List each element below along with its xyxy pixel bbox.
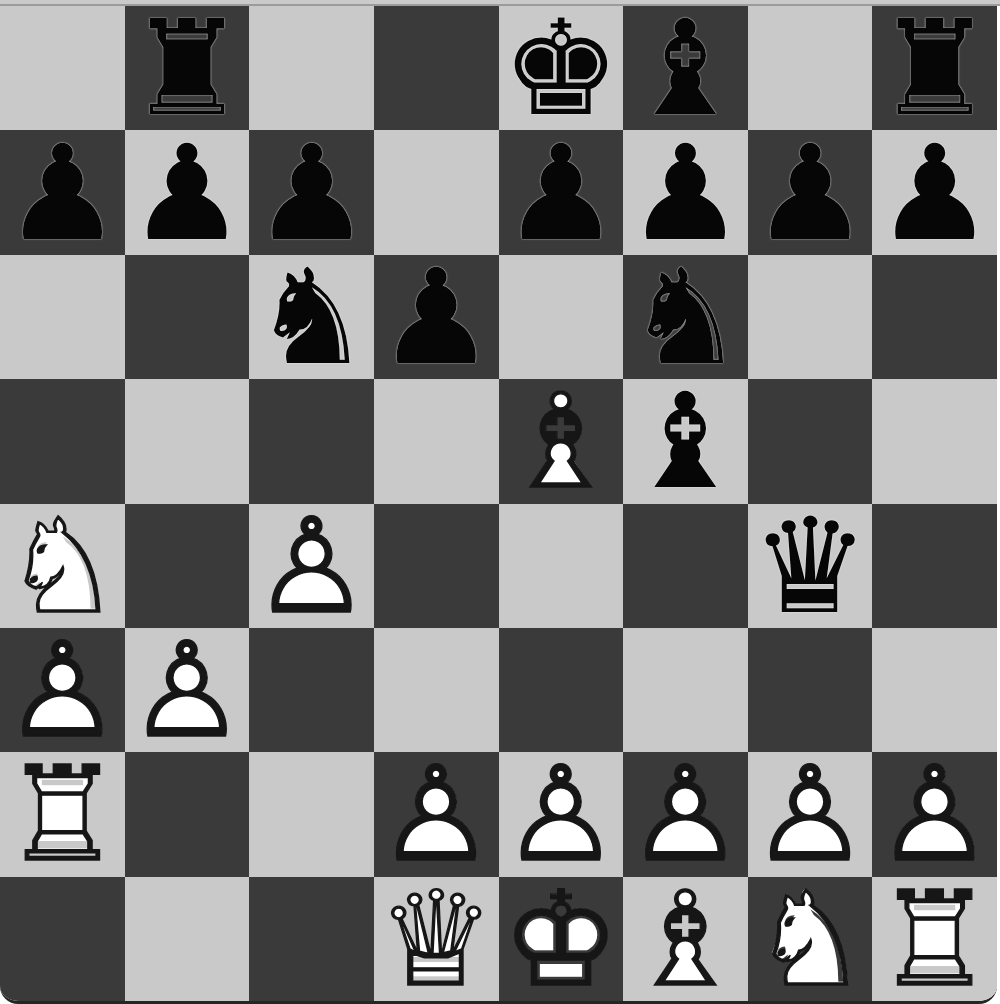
square-a8[interactable] (0, 6, 125, 130)
square-d5[interactable] (374, 379, 499, 503)
black-queen-glyph: ♛ (748, 504, 873, 628)
white-knight-outline-glyph: ♘ (0, 504, 125, 628)
square-e7[interactable]: ♟ (499, 130, 624, 254)
square-f7[interactable]: ♟ (623, 130, 748, 254)
white-pawn-outline-glyph: ♙ (374, 752, 499, 876)
piece-black-king[interactable]: ♚ (499, 6, 624, 130)
square-b7[interactable]: ♟ (125, 130, 250, 254)
square-g3[interactable] (748, 628, 873, 752)
square-e4[interactable] (499, 504, 624, 628)
square-f4[interactable] (623, 504, 748, 628)
square-e6[interactable] (499, 255, 624, 379)
piece-black-pawn[interactable]: ♟ (748, 130, 873, 254)
piece-white-queen[interactable]: ♛♕ (374, 877, 499, 1001)
chess-board: ♜♚♝♜♟♟♟♟♟♟♟♞♟♞♝♗♝♞♘♟♙♛♟♙♟♙♜♖♟♙♟♙♟♙♟♙♟♙♛♕… (0, 6, 997, 1004)
square-h7[interactable]: ♟ (872, 130, 997, 254)
square-f3[interactable] (623, 628, 748, 752)
piece-white-pawn[interactable]: ♟♙ (499, 752, 624, 876)
piece-black-knight[interactable]: ♞ (623, 255, 748, 379)
piece-white-bishop[interactable]: ♝♗ (623, 877, 748, 1001)
black-pawn-glyph: ♟ (125, 130, 250, 254)
piece-white-pawn[interactable]: ♟♙ (748, 752, 873, 876)
square-c8[interactable] (249, 6, 374, 130)
piece-black-rook[interactable]: ♜ (872, 6, 997, 130)
square-h3[interactable] (872, 628, 997, 752)
square-g5[interactable] (748, 379, 873, 503)
square-c3[interactable] (249, 628, 374, 752)
piece-black-pawn[interactable]: ♟ (0, 130, 125, 254)
square-c5[interactable] (249, 379, 374, 503)
piece-black-pawn[interactable]: ♟ (623, 130, 748, 254)
square-f8[interactable]: ♝ (623, 6, 748, 130)
piece-black-pawn[interactable]: ♟ (125, 130, 250, 254)
square-a3[interactable]: ♟♙ (0, 628, 125, 752)
square-f2[interactable]: ♟♙ (623, 752, 748, 876)
square-e2[interactable]: ♟♙ (499, 752, 624, 876)
square-a6[interactable] (0, 255, 125, 379)
white-pawn-outline-glyph: ♙ (748, 752, 873, 876)
white-pawn-outline-glyph: ♙ (0, 628, 125, 752)
white-bishop-outline-glyph: ♗ (499, 379, 624, 503)
piece-white-pawn[interactable]: ♟♙ (249, 504, 374, 628)
black-pawn-glyph: ♟ (872, 130, 997, 254)
square-a7[interactable]: ♟ (0, 130, 125, 254)
square-h4[interactable] (872, 504, 997, 628)
white-bishop-outline-glyph: ♗ (623, 877, 748, 1001)
square-h1[interactable]: ♜♖ (872, 877, 997, 1001)
square-g2[interactable]: ♟♙ (748, 752, 873, 876)
white-pawn-outline-glyph: ♙ (499, 752, 624, 876)
square-b5[interactable] (125, 379, 250, 503)
black-pawn-glyph: ♟ (374, 255, 499, 379)
black-knight-glyph: ♞ (623, 255, 748, 379)
square-a5[interactable] (0, 379, 125, 503)
square-f1[interactable]: ♝♗ (623, 877, 748, 1001)
piece-black-queen[interactable]: ♛ (748, 504, 873, 628)
black-rook-glyph: ♜ (872, 6, 997, 130)
square-h2[interactable]: ♟♙ (872, 752, 997, 876)
square-g7[interactable]: ♟ (748, 130, 873, 254)
piece-black-pawn[interactable]: ♟ (872, 130, 997, 254)
black-king-glyph: ♚ (499, 6, 624, 130)
square-e8[interactable]: ♚ (499, 6, 624, 130)
white-pawn-outline-glyph: ♙ (623, 752, 748, 876)
square-g1[interactable]: ♞♘ (748, 877, 873, 1001)
piece-white-rook[interactable]: ♜♖ (872, 877, 997, 1001)
piece-black-knight[interactable]: ♞ (249, 255, 374, 379)
square-d1[interactable]: ♛♕ (374, 877, 499, 1001)
square-b6[interactable] (125, 255, 250, 379)
black-bishop-glyph: ♝ (623, 379, 748, 503)
black-rook-glyph: ♜ (125, 6, 250, 130)
white-pawn-outline-glyph: ♙ (249, 504, 374, 628)
piece-white-pawn[interactable]: ♟♙ (125, 628, 250, 752)
piece-black-pawn[interactable]: ♟ (249, 130, 374, 254)
square-a1[interactable] (0, 877, 125, 1001)
square-c6[interactable]: ♞ (249, 255, 374, 379)
square-d3[interactable] (374, 628, 499, 752)
square-d2[interactable]: ♟♙ (374, 752, 499, 876)
square-d6[interactable]: ♟ (374, 255, 499, 379)
piece-white-knight[interactable]: ♞♘ (0, 504, 125, 628)
piece-white-pawn[interactable]: ♟♙ (374, 752, 499, 876)
square-f6[interactable]: ♞ (623, 255, 748, 379)
white-rook-outline-glyph: ♖ (872, 877, 997, 1001)
white-queen-outline-glyph: ♕ (374, 877, 499, 1001)
square-e3[interactable] (499, 628, 624, 752)
square-f5[interactable]: ♝ (623, 379, 748, 503)
square-b8[interactable]: ♜ (125, 6, 250, 130)
square-c7[interactable]: ♟ (249, 130, 374, 254)
square-h6[interactable] (872, 255, 997, 379)
square-g6[interactable] (748, 255, 873, 379)
square-c4[interactable]: ♟♙ (249, 504, 374, 628)
square-d8[interactable] (374, 6, 499, 130)
piece-white-pawn[interactable]: ♟♙ (872, 752, 997, 876)
piece-black-bishop[interactable]: ♝ (623, 6, 748, 130)
black-pawn-glyph: ♟ (249, 130, 374, 254)
piece-black-pawn[interactable]: ♟ (499, 130, 624, 254)
white-king-outline-glyph: ♔ (499, 877, 624, 1001)
piece-black-bishop[interactable]: ♝ (623, 379, 748, 503)
piece-white-bishop[interactable]: ♝♗ (499, 379, 624, 503)
black-pawn-glyph: ♟ (0, 130, 125, 254)
piece-white-knight[interactable]: ♞♘ (748, 877, 873, 1001)
square-h8[interactable]: ♜ (872, 6, 997, 130)
square-e1[interactable]: ♚♔ (499, 877, 624, 1001)
square-d7[interactable] (374, 130, 499, 254)
square-b1[interactable] (125, 877, 250, 1001)
piece-white-pawn[interactable]: ♟♙ (0, 628, 125, 752)
square-b3[interactable]: ♟♙ (125, 628, 250, 752)
piece-black-pawn[interactable]: ♟ (374, 255, 499, 379)
black-knight-glyph: ♞ (249, 255, 374, 379)
square-c1[interactable] (249, 877, 374, 1001)
piece-white-pawn[interactable]: ♟♙ (623, 752, 748, 876)
piece-white-rook[interactable]: ♜♖ (0, 752, 125, 876)
square-h5[interactable] (872, 379, 997, 503)
white-pawn-outline-glyph: ♙ (125, 628, 250, 752)
piece-black-rook[interactable]: ♜ (125, 6, 250, 130)
white-pawn-outline-glyph: ♙ (872, 752, 997, 876)
square-b4[interactable] (125, 504, 250, 628)
square-g8[interactable] (748, 6, 873, 130)
square-a4[interactable]: ♞♘ (0, 504, 125, 628)
square-c2[interactable] (249, 752, 374, 876)
square-e5[interactable]: ♝♗ (499, 379, 624, 503)
black-pawn-glyph: ♟ (748, 130, 873, 254)
square-g4[interactable]: ♛ (748, 504, 873, 628)
black-pawn-glyph: ♟ (623, 130, 748, 254)
square-a2[interactable]: ♜♖ (0, 752, 125, 876)
square-d4[interactable] (374, 504, 499, 628)
white-knight-outline-glyph: ♘ (748, 877, 873, 1001)
black-pawn-glyph: ♟ (499, 130, 624, 254)
black-bishop-glyph: ♝ (623, 6, 748, 130)
white-rook-outline-glyph: ♖ (0, 752, 125, 876)
square-b2[interactable] (125, 752, 250, 876)
piece-white-king[interactable]: ♚♔ (499, 877, 624, 1001)
